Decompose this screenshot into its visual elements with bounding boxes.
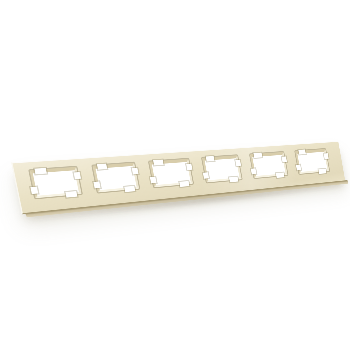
frame-opening-4 bbox=[202, 155, 242, 182]
opening-notch-right bbox=[186, 164, 192, 170]
opening-notch-top bbox=[253, 153, 262, 158]
opening-notch-top bbox=[96, 164, 107, 170]
opening-notch-top bbox=[153, 160, 163, 166]
frame-opening-3 bbox=[149, 159, 192, 187]
opening-notch-right bbox=[73, 172, 80, 179]
opening-notch-left bbox=[296, 165, 301, 170]
opening-notch-bottom bbox=[65, 191, 77, 197]
opening-notch-bottom bbox=[319, 169, 327, 174]
opening-notch-top bbox=[34, 168, 46, 174]
opening-notch-left bbox=[150, 177, 156, 183]
opening-notch-right bbox=[132, 168, 139, 174]
frame-face bbox=[11, 141, 345, 214]
frame-opening-6 bbox=[295, 149, 329, 174]
opening-notch-top bbox=[205, 156, 214, 162]
product-photo bbox=[0, 0, 350, 350]
opening-notch-left bbox=[251, 169, 256, 175]
opening-notch-right bbox=[235, 160, 241, 166]
opening-notch-right bbox=[281, 156, 286, 161]
opening-notch-bottom bbox=[229, 177, 238, 183]
opening-notch-bottom bbox=[125, 186, 136, 192]
opening-notch-left bbox=[93, 182, 100, 188]
frame-opening-2 bbox=[92, 163, 139, 193]
opening-notch-bottom bbox=[179, 181, 189, 187]
opening-notch-left bbox=[31, 187, 39, 194]
wall-plate-frame bbox=[11, 141, 345, 214]
opening-notch-bottom bbox=[276, 173, 284, 178]
opening-notch-top bbox=[298, 149, 306, 154]
frame-opening-1 bbox=[30, 167, 81, 198]
frame-opening-5 bbox=[250, 152, 287, 178]
opening-notch-right bbox=[324, 153, 329, 158]
opening-notch-left bbox=[203, 173, 209, 179]
